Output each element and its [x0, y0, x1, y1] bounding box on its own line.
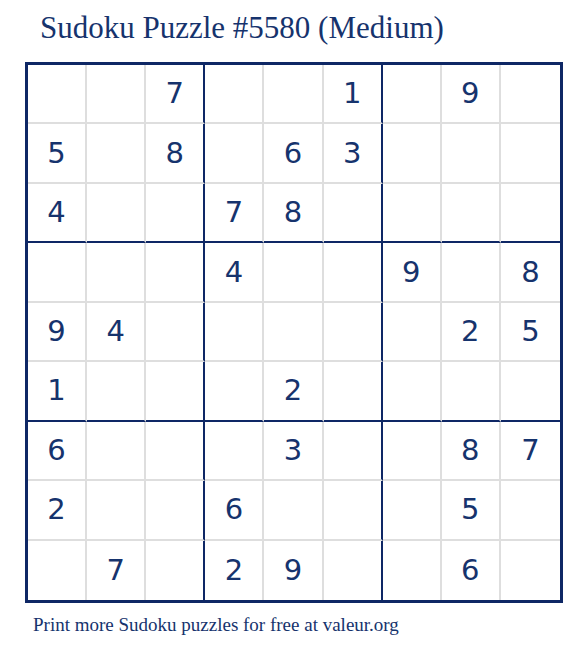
sudoku-cell-r6c4: [205, 362, 264, 421]
sudoku-cell-r7c2: [87, 422, 146, 481]
sudoku-cell-r4c6: [324, 243, 383, 302]
sudoku-cell-r1c2: [87, 65, 146, 124]
sudoku-cell-r1c6: 1: [324, 65, 383, 124]
sudoku-cell-r5c5: [264, 303, 323, 362]
sudoku-cell-r5c8: 2: [442, 303, 501, 362]
sudoku-cell-r1c8: 9: [442, 65, 501, 124]
sudoku-cell-r9c5: 9: [264, 541, 323, 600]
sudoku-cell-r7c7: [383, 422, 442, 481]
sudoku-cell-r6c5: 2: [264, 362, 323, 421]
sudoku-cell-r5c9: 5: [501, 303, 560, 362]
sudoku-cell-r3c5: 8: [264, 184, 323, 243]
sudoku-cell-r1c5: [264, 65, 323, 124]
sudoku-cell-r6c7: [383, 362, 442, 421]
sudoku-cell-r5c1: 9: [28, 303, 87, 362]
sudoku-cell-r1c1: [28, 65, 87, 124]
footer-text: Print more Sudoku puzzles for free at va…: [33, 614, 399, 636]
sudoku-cell-r2c8: [442, 124, 501, 183]
sudoku-cell-r8c9: [501, 481, 560, 540]
sudoku-cell-r9c1: [28, 541, 87, 600]
sudoku-cell-r9c9: [501, 541, 560, 600]
sudoku-cell-r2c3: 8: [146, 124, 205, 183]
sudoku-cell-r9c6: [324, 541, 383, 600]
sudoku-cell-r7c4: [205, 422, 264, 481]
sudoku-page: Sudoku Puzzle #5580 (Medium) 71958634784…: [0, 0, 574, 651]
sudoku-cell-r5c6: [324, 303, 383, 362]
sudoku-cell-r8c5: [264, 481, 323, 540]
sudoku-cell-r4c9: 8: [501, 243, 560, 302]
sudoku-cell-r4c8: [442, 243, 501, 302]
sudoku-cell-r9c3: [146, 541, 205, 600]
sudoku-cell-r3c6: [324, 184, 383, 243]
sudoku-cell-r8c2: [87, 481, 146, 540]
sudoku-cell-r5c7: [383, 303, 442, 362]
sudoku-cell-r8c1: 2: [28, 481, 87, 540]
sudoku-cell-r1c9: [501, 65, 560, 124]
sudoku-cell-r2c6: 3: [324, 124, 383, 183]
sudoku-cell-r2c9: [501, 124, 560, 183]
sudoku-cell-r6c6: [324, 362, 383, 421]
sudoku-cell-r3c7: [383, 184, 442, 243]
page-title: Sudoku Puzzle #5580 (Medium): [40, 10, 444, 46]
sudoku-cell-r3c1: 4: [28, 184, 87, 243]
sudoku-cell-r6c8: [442, 362, 501, 421]
sudoku-cell-r8c7: [383, 481, 442, 540]
sudoku-cell-r8c6: [324, 481, 383, 540]
sudoku-cell-r4c3: [146, 243, 205, 302]
sudoku-cell-r5c4: [205, 303, 264, 362]
sudoku-cell-r4c5: [264, 243, 323, 302]
sudoku-cell-r3c8: [442, 184, 501, 243]
sudoku-cell-r6c2: [87, 362, 146, 421]
sudoku-cell-r5c2: 4: [87, 303, 146, 362]
sudoku-cell-r7c1: 6: [28, 422, 87, 481]
sudoku-cell-r4c4: 4: [205, 243, 264, 302]
sudoku-cell-r6c1: 1: [28, 362, 87, 421]
sudoku-cell-r7c8: 8: [442, 422, 501, 481]
sudoku-cell-r8c8: 5: [442, 481, 501, 540]
sudoku-cell-r2c2: [87, 124, 146, 183]
sudoku-cell-r3c3: [146, 184, 205, 243]
sudoku-cell-r1c3: 7: [146, 65, 205, 124]
sudoku-cell-r4c1: [28, 243, 87, 302]
sudoku-cell-r2c1: 5: [28, 124, 87, 183]
sudoku-cell-r6c9: [501, 362, 560, 421]
sudoku-cell-r7c5: 3: [264, 422, 323, 481]
sudoku-cell-r7c6: [324, 422, 383, 481]
sudoku-cell-r6c3: [146, 362, 205, 421]
sudoku-cell-r3c4: 7: [205, 184, 264, 243]
sudoku-cell-r5c3: [146, 303, 205, 362]
sudoku-cell-r3c2: [87, 184, 146, 243]
sudoku-cell-r9c4: 2: [205, 541, 264, 600]
sudoku-cell-r2c4: [205, 124, 264, 183]
sudoku-cell-r4c2: [87, 243, 146, 302]
sudoku-cell-r2c5: 6: [264, 124, 323, 183]
sudoku-cell-r7c9: 7: [501, 422, 560, 481]
sudoku-cell-r7c3: [146, 422, 205, 481]
sudoku-cell-r9c7: [383, 541, 442, 600]
sudoku-cell-r8c4: 6: [205, 481, 264, 540]
sudoku-cell-r3c9: [501, 184, 560, 243]
sudoku-board: 719586347849894251263872657296: [25, 62, 563, 603]
sudoku-cell-r4c7: 9: [383, 243, 442, 302]
sudoku-cell-r9c2: 7: [87, 541, 146, 600]
sudoku-cell-r9c8: 6: [442, 541, 501, 600]
sudoku-cell-r8c3: [146, 481, 205, 540]
sudoku-cell-r2c7: [383, 124, 442, 183]
sudoku-cell-r1c4: [205, 65, 264, 124]
sudoku-cell-r1c7: [383, 65, 442, 124]
